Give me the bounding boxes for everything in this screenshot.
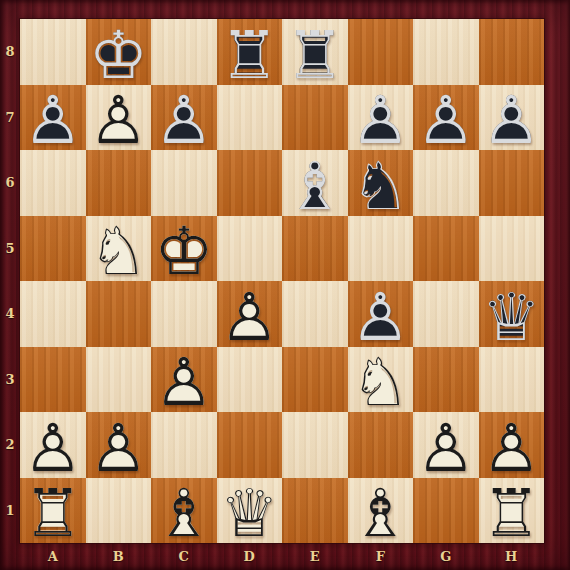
piece-white-bishop[interactable]: ♝♗ (151, 478, 217, 544)
piece-detail-layer: ♙ (151, 89, 217, 155)
file-label-d: D (217, 543, 283, 570)
square-e8[interactable]: ♜♖ (282, 19, 348, 85)
rank-labels: 8 7 6 5 4 3 2 1 (0, 19, 20, 543)
piece-white-pawn[interactable]: ♟♙ (217, 281, 283, 347)
square-a2[interactable]: ♟♙ (20, 412, 86, 478)
square-c6[interactable] (151, 150, 217, 216)
square-f4[interactable]: ♟♙ (348, 281, 414, 347)
square-b8[interactable]: ♚♔ (86, 19, 152, 85)
piece-black-pawn[interactable]: ♟♙ (20, 85, 86, 151)
square-g5[interactable] (413, 216, 479, 282)
square-e2[interactable] (282, 412, 348, 478)
square-d3[interactable] (217, 347, 283, 413)
file-label-g: G (413, 543, 479, 570)
square-h1[interactable]: ♜♖ (479, 478, 545, 544)
piece-detail-layer: ♙ (20, 89, 86, 155)
square-b6[interactable] (86, 150, 152, 216)
piece-black-rook[interactable]: ♜♖ (217, 19, 283, 85)
chessboard[interactable]: ♚♔♜♖♜♖♟♙♟♙♟♙♟♙♟♙♟♙♝♗♞♘♞♘♚♔♟♙♟♙♛♕♟♙♞♘♟♙♟♙… (20, 19, 544, 543)
piece-white-bishop[interactable]: ♝♗ (348, 478, 414, 544)
piece-detail-layer: ♖ (479, 482, 545, 548)
square-f7[interactable]: ♟♙ (348, 85, 414, 151)
piece-white-pawn[interactable]: ♟♙ (413, 412, 479, 478)
piece-black-rook[interactable]: ♜♖ (282, 19, 348, 85)
piece-detail-layer: ♙ (217, 285, 283, 351)
square-h5[interactable] (479, 216, 545, 282)
square-g4[interactable] (413, 281, 479, 347)
file-label-f: F (348, 543, 414, 570)
piece-detail-layer: ♙ (413, 416, 479, 482)
piece-detail-layer: ♗ (282, 154, 348, 220)
rank-label-6: 6 (0, 150, 20, 216)
piece-detail-layer: ♙ (413, 89, 479, 155)
piece-black-pawn[interactable]: ♟♙ (348, 281, 414, 347)
piece-detail-layer: ♙ (479, 416, 545, 482)
piece-detail-layer: ♙ (479, 89, 545, 155)
square-e4[interactable] (282, 281, 348, 347)
square-d2[interactable] (217, 412, 283, 478)
rank-label-2: 2 (0, 412, 20, 478)
piece-white-rook[interactable]: ♜♖ (20, 478, 86, 544)
piece-detail-layer: ♔ (151, 220, 217, 286)
piece-white-knight[interactable]: ♞♘ (86, 216, 152, 282)
square-a6[interactable] (20, 150, 86, 216)
file-label-h: H (479, 543, 545, 570)
square-a7[interactable]: ♟♙ (20, 85, 86, 151)
file-label-c: C (151, 543, 217, 570)
piece-detail-layer: ♗ (348, 482, 414, 548)
rank-label-1: 1 (0, 478, 20, 544)
square-c2[interactable] (151, 412, 217, 478)
square-c7[interactable]: ♟♙ (151, 85, 217, 151)
square-f3[interactable]: ♞♘ (348, 347, 414, 413)
piece-detail-layer: ♘ (348, 351, 414, 417)
square-b5[interactable]: ♞♘ (86, 216, 152, 282)
rank-label-5: 5 (0, 216, 20, 282)
board-frame: 8 7 6 5 4 3 2 1 ♚♔♜♖♜♖♟♙♟♙♟♙♟♙♟♙♟♙♝♗♞♘♞♘… (0, 0, 570, 570)
piece-detail-layer: ♙ (348, 89, 414, 155)
piece-white-pawn[interactable]: ♟♙ (151, 347, 217, 413)
piece-detail-layer: ♘ (86, 220, 152, 286)
file-labels: A B C D E F G H (20, 543, 544, 570)
square-c4[interactable] (151, 281, 217, 347)
square-g6[interactable] (413, 150, 479, 216)
piece-white-knight[interactable]: ♞♘ (348, 347, 414, 413)
piece-detail-layer: ♕ (217, 482, 283, 548)
square-f2[interactable] (348, 412, 414, 478)
square-d7[interactable] (217, 85, 283, 151)
file-label-a: A (20, 543, 86, 570)
square-a4[interactable] (20, 281, 86, 347)
square-d6[interactable] (217, 150, 283, 216)
rank-label-3: 3 (0, 347, 20, 413)
square-h3[interactable] (479, 347, 545, 413)
piece-black-queen[interactable]: ♛♕ (479, 281, 545, 347)
piece-black-bishop[interactable]: ♝♗ (282, 150, 348, 216)
square-h7[interactable]: ♟♙ (479, 85, 545, 151)
square-h6[interactable] (479, 150, 545, 216)
piece-black-pawn[interactable]: ♟♙ (151, 85, 217, 151)
square-f8[interactable] (348, 19, 414, 85)
piece-black-knight[interactable]: ♞♘ (348, 150, 414, 216)
rank-label-7: 7 (0, 85, 20, 151)
square-h2[interactable]: ♟♙ (479, 412, 545, 478)
piece-detail-layer: ♗ (151, 482, 217, 548)
square-b2[interactable]: ♟♙ (86, 412, 152, 478)
file-label-b: B (86, 543, 152, 570)
rank-label-4: 4 (0, 281, 20, 347)
square-c5[interactable]: ♚♔ (151, 216, 217, 282)
piece-white-king[interactable]: ♚♔ (151, 216, 217, 282)
piece-black-king[interactable]: ♚♔ (86, 19, 152, 85)
piece-detail-layer: ♖ (282, 23, 348, 89)
piece-detail-layer: ♔ (86, 23, 152, 89)
piece-detail-layer: ♙ (86, 416, 152, 482)
square-a1[interactable]: ♜♖ (20, 478, 86, 544)
piece-white-pawn[interactable]: ♟♙ (20, 412, 86, 478)
square-g1[interactable] (413, 478, 479, 544)
piece-detail-layer: ♙ (348, 285, 414, 351)
square-g3[interactable] (413, 347, 479, 413)
square-c1[interactable]: ♝♗ (151, 478, 217, 544)
piece-detail-layer: ♕ (479, 285, 545, 351)
piece-black-pawn[interactable]: ♟♙ (479, 85, 545, 151)
square-f1[interactable]: ♝♗ (348, 478, 414, 544)
square-b4[interactable] (86, 281, 152, 347)
square-d4[interactable]: ♟♙ (217, 281, 283, 347)
square-g8[interactable] (413, 19, 479, 85)
square-g7[interactable]: ♟♙ (413, 85, 479, 151)
square-g2[interactable]: ♟♙ (413, 412, 479, 478)
piece-white-rook[interactable]: ♜♖ (479, 478, 545, 544)
square-b7[interactable]: ♟♙ (86, 85, 152, 151)
square-h8[interactable] (479, 19, 545, 85)
square-e3[interactable] (282, 347, 348, 413)
square-a5[interactable] (20, 216, 86, 282)
square-h4[interactable]: ♛♕ (479, 281, 545, 347)
piece-white-pawn[interactable]: ♟♙ (479, 412, 545, 478)
piece-white-queen[interactable]: ♛♕ (217, 478, 283, 544)
square-c3[interactable]: ♟♙ (151, 347, 217, 413)
square-a3[interactable] (20, 347, 86, 413)
piece-white-pawn[interactable]: ♟♙ (86, 85, 152, 151)
square-b3[interactable] (86, 347, 152, 413)
square-c8[interactable] (151, 19, 217, 85)
square-a8[interactable] (20, 19, 86, 85)
piece-detail-layer: ♙ (86, 89, 152, 155)
piece-detail-layer: ♙ (151, 351, 217, 417)
square-f6[interactable]: ♞♘ (348, 150, 414, 216)
piece-detail-layer: ♖ (217, 23, 283, 89)
square-e6[interactable]: ♝♗ (282, 150, 348, 216)
square-d1[interactable]: ♛♕ (217, 478, 283, 544)
rank-label-8: 8 (0, 19, 20, 85)
square-b1[interactable] (86, 478, 152, 544)
square-e7[interactable] (282, 85, 348, 151)
piece-detail-layer: ♘ (348, 154, 414, 220)
square-d5[interactable] (217, 216, 283, 282)
piece-detail-layer: ♖ (20, 482, 86, 548)
square-e1[interactable] (282, 478, 348, 544)
square-d8[interactable]: ♜♖ (217, 19, 283, 85)
square-e5[interactable] (282, 216, 348, 282)
file-label-e: E (282, 543, 348, 570)
piece-black-pawn[interactable]: ♟♙ (413, 85, 479, 151)
piece-white-pawn[interactable]: ♟♙ (86, 412, 152, 478)
piece-detail-layer: ♙ (20, 416, 86, 482)
square-f5[interactable] (348, 216, 414, 282)
piece-black-pawn[interactable]: ♟♙ (348, 85, 414, 151)
